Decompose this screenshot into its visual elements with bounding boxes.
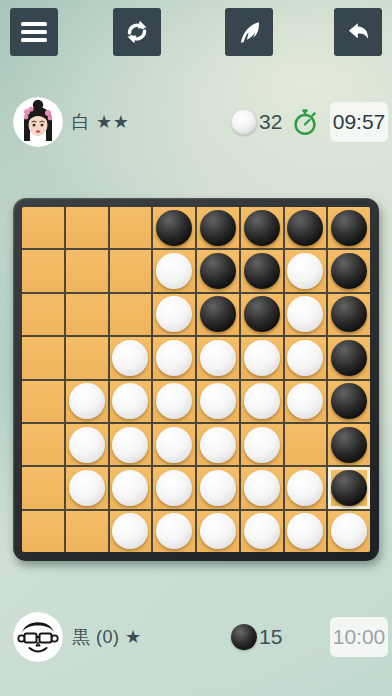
white-stone-count: 32	[259, 96, 282, 148]
board-cell[interactable]	[241, 294, 283, 335]
board-cell[interactable]	[153, 207, 195, 248]
white-stone	[112, 340, 148, 376]
board-cell[interactable]	[153, 250, 195, 291]
board-cell[interactable]	[328, 424, 370, 465]
board-cell[interactable]	[110, 250, 152, 291]
white-stone	[244, 513, 280, 549]
board-cell[interactable]	[328, 511, 370, 552]
board-cell[interactable]	[153, 337, 195, 378]
board-cell[interactable]	[285, 424, 327, 465]
board-cell[interactable]	[66, 250, 108, 291]
white-stone	[112, 427, 148, 463]
board-cell[interactable]	[153, 511, 195, 552]
board-cell[interactable]	[66, 294, 108, 335]
board-cell[interactable]	[197, 207, 239, 248]
white-stone	[200, 383, 236, 419]
board-cell[interactable]	[66, 207, 108, 248]
black-stone	[200, 296, 236, 332]
board-cell[interactable]	[328, 294, 370, 335]
board-cell[interactable]	[285, 511, 327, 552]
white-stone	[287, 296, 323, 332]
board-cell[interactable]	[241, 207, 283, 248]
white-stone	[69, 427, 105, 463]
board-cell[interactable]	[328, 250, 370, 291]
board-cell[interactable]	[197, 381, 239, 422]
othello-app-screen: 白 ★★ 32 09:57	[0, 0, 392, 696]
board-cell[interactable]	[153, 467, 195, 508]
stopwatch-icon	[290, 107, 320, 137]
board-cell[interactable]	[285, 294, 327, 335]
white-stone	[156, 513, 192, 549]
black-stone	[287, 210, 323, 246]
board-cell[interactable]	[285, 337, 327, 378]
white-stone	[200, 340, 236, 376]
white-stone	[287, 253, 323, 289]
black-stone	[331, 340, 367, 376]
white-stone	[112, 383, 148, 419]
board-cell[interactable]	[285, 467, 327, 508]
board-cell[interactable]	[328, 337, 370, 378]
board-cell[interactable]	[110, 381, 152, 422]
board-cell[interactable]	[328, 381, 370, 422]
black-stone-count: 15	[259, 611, 282, 663]
board-cell[interactable]	[197, 250, 239, 291]
white-stone	[69, 383, 105, 419]
undo-arrow-icon	[344, 19, 372, 46]
white-stone	[287, 383, 323, 419]
board-cell[interactable]	[22, 337, 64, 378]
white-stone	[244, 340, 280, 376]
board-cell[interactable]	[110, 207, 152, 248]
board-cell[interactable]	[241, 467, 283, 508]
board-cell[interactable]	[66, 424, 108, 465]
board-cell[interactable]	[22, 294, 64, 335]
white-stone	[156, 296, 192, 332]
black-stone	[331, 383, 367, 419]
board-cell[interactable]	[22, 467, 64, 508]
black-stone	[331, 296, 367, 332]
black-stone	[200, 210, 236, 246]
board-cell[interactable]	[22, 511, 64, 552]
board-cell[interactable]	[197, 337, 239, 378]
black-player-avatar	[13, 612, 63, 662]
white-stone	[156, 340, 192, 376]
board-cell[interactable]	[197, 511, 239, 552]
white-stone	[331, 513, 367, 549]
white-stone	[244, 427, 280, 463]
board-cell[interactable]	[153, 294, 195, 335]
board-cell[interactable]	[328, 207, 370, 248]
white-stone	[69, 470, 105, 506]
black-stone	[331, 210, 367, 246]
white-stone	[112, 513, 148, 549]
board-cell[interactable]	[22, 424, 64, 465]
black-stone	[331, 427, 367, 463]
board-cell[interactable]	[197, 294, 239, 335]
board-cell[interactable]	[110, 511, 152, 552]
hamburger-menu-icon	[20, 19, 48, 45]
board-cell[interactable]	[241, 250, 283, 291]
black-player-name: 黒 (0) ★	[72, 611, 142, 663]
board-cell[interactable]	[241, 337, 283, 378]
white-stone	[200, 470, 236, 506]
board-cell[interactable]	[66, 511, 108, 552]
feather-icon	[236, 19, 263, 46]
board-cell[interactable]	[285, 381, 327, 422]
black-stone	[200, 253, 236, 289]
white-stone	[244, 383, 280, 419]
white-player-name: 白 ★★	[72, 96, 129, 148]
white-stone	[200, 427, 236, 463]
board-cell[interactable]	[241, 381, 283, 422]
black-player-row: 黒 (0) ★ 15 10:00	[0, 611, 392, 663]
refresh-icon	[123, 18, 151, 46]
black-stone	[331, 253, 367, 289]
board-cell[interactable]	[110, 337, 152, 378]
board-cell[interactable]	[110, 467, 152, 508]
board-cell[interactable]	[22, 207, 64, 248]
black-stone	[244, 296, 280, 332]
white-stone	[156, 470, 192, 506]
black-stone-chip	[231, 624, 257, 650]
black-timer: 10:00	[330, 617, 388, 657]
board-grid	[22, 207, 370, 552]
board-cell[interactable]	[285, 207, 327, 248]
board-cell[interactable]	[197, 424, 239, 465]
menu-button[interactable]	[10, 8, 58, 56]
board-cell[interactable]	[285, 250, 327, 291]
white-stone	[156, 427, 192, 463]
white-stone-chip	[231, 109, 257, 135]
board-cell[interactable]	[153, 381, 195, 422]
board-cell[interactable]	[66, 381, 108, 422]
board-cell[interactable]	[110, 294, 152, 335]
black-stone	[331, 470, 367, 506]
white-stone	[244, 470, 280, 506]
white-stone	[200, 513, 236, 549]
white-stone	[156, 253, 192, 289]
board-cell[interactable]	[153, 424, 195, 465]
white-player-avatar	[13, 97, 63, 147]
board-cell[interactable]	[328, 467, 370, 508]
board-cell[interactable]	[66, 467, 108, 508]
white-stone	[287, 513, 323, 549]
othello-board	[13, 198, 379, 561]
board-cell[interactable]	[241, 424, 283, 465]
white-stone	[287, 340, 323, 376]
board-cell[interactable]	[22, 381, 64, 422]
new-game-button[interactable]	[113, 8, 161, 56]
black-stone	[244, 253, 280, 289]
black-stone	[156, 210, 192, 246]
white-timer: 09:57	[330, 102, 388, 142]
hint-button[interactable]	[225, 8, 273, 56]
white-stone	[287, 470, 323, 506]
board-cell[interactable]	[66, 337, 108, 378]
white-stone	[112, 470, 148, 506]
undo-button[interactable]	[334, 8, 382, 56]
white-player-row: 白 ★★ 32 09:57	[0, 96, 392, 148]
black-stone	[244, 210, 280, 246]
white-stone	[156, 383, 192, 419]
board-cell[interactable]	[110, 424, 152, 465]
board-cell[interactable]	[22, 250, 64, 291]
board-cell[interactable]	[197, 467, 239, 508]
board-cell[interactable]	[241, 511, 283, 552]
